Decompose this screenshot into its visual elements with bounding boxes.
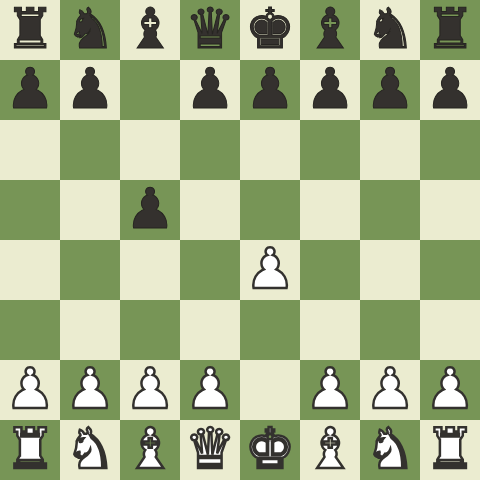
white-pawn[interactable]: ♟ — [5, 361, 55, 417]
square-g1[interactable]: ♞ — [360, 420, 420, 480]
white-pawn[interactable]: ♟ — [305, 361, 355, 417]
square-c1[interactable]: ♝ — [120, 420, 180, 480]
square-b1[interactable]: ♞ — [60, 420, 120, 480]
square-e5[interactable] — [240, 180, 300, 240]
white-pawn[interactable]: ♟ — [125, 361, 175, 417]
black-rook[interactable]: ♜ — [425, 1, 475, 57]
square-b5[interactable] — [60, 180, 120, 240]
square-g7[interactable]: ♟ — [360, 60, 420, 120]
white-knight[interactable]: ♞ — [365, 421, 415, 477]
white-rook[interactable]: ♜ — [5, 421, 55, 477]
square-d4[interactable] — [180, 240, 240, 300]
square-g6[interactable] — [360, 120, 420, 180]
square-f2[interactable]: ♟ — [300, 360, 360, 420]
square-e8[interactable]: ♚ — [240, 0, 300, 60]
square-d7[interactable]: ♟ — [180, 60, 240, 120]
square-c8[interactable]: ♝ — [120, 0, 180, 60]
square-a4[interactable] — [0, 240, 60, 300]
square-c3[interactable] — [120, 300, 180, 360]
square-d6[interactable] — [180, 120, 240, 180]
square-f1[interactable]: ♝ — [300, 420, 360, 480]
square-f8[interactable]: ♝ — [300, 0, 360, 60]
square-h1[interactable]: ♜ — [420, 420, 480, 480]
black-pawn[interactable]: ♟ — [5, 61, 55, 117]
black-pawn[interactable]: ♟ — [365, 61, 415, 117]
square-b2[interactable]: ♟ — [60, 360, 120, 420]
square-g3[interactable] — [360, 300, 420, 360]
square-h3[interactable] — [420, 300, 480, 360]
black-rook[interactable]: ♜ — [5, 1, 55, 57]
square-e2[interactable] — [240, 360, 300, 420]
white-pawn[interactable]: ♟ — [185, 361, 235, 417]
square-a5[interactable] — [0, 180, 60, 240]
square-c7[interactable] — [120, 60, 180, 120]
square-h6[interactable] — [420, 120, 480, 180]
square-g4[interactable] — [360, 240, 420, 300]
black-bishop[interactable]: ♝ — [305, 1, 355, 57]
black-pawn[interactable]: ♟ — [185, 61, 235, 117]
square-d3[interactable] — [180, 300, 240, 360]
black-pawn[interactable]: ♟ — [65, 61, 115, 117]
black-knight[interactable]: ♞ — [365, 1, 415, 57]
square-g2[interactable]: ♟ — [360, 360, 420, 420]
black-king[interactable]: ♚ — [245, 1, 295, 57]
square-a8[interactable]: ♜ — [0, 0, 60, 60]
square-d5[interactable] — [180, 180, 240, 240]
square-e1[interactable]: ♚ — [240, 420, 300, 480]
square-c2[interactable]: ♟ — [120, 360, 180, 420]
black-pawn[interactable]: ♟ — [305, 61, 355, 117]
white-bishop[interactable]: ♝ — [125, 421, 175, 477]
square-h7[interactable]: ♟ — [420, 60, 480, 120]
square-d8[interactable]: ♛ — [180, 0, 240, 60]
white-queen[interactable]: ♛ — [185, 421, 235, 477]
square-h8[interactable]: ♜ — [420, 0, 480, 60]
square-b4[interactable] — [60, 240, 120, 300]
square-f4[interactable] — [300, 240, 360, 300]
square-e4[interactable]: ♟ — [240, 240, 300, 300]
white-pawn[interactable]: ♟ — [245, 241, 295, 297]
black-queen[interactable]: ♛ — [185, 1, 235, 57]
white-rook[interactable]: ♜ — [425, 421, 475, 477]
square-d1[interactable]: ♛ — [180, 420, 240, 480]
square-b6[interactable] — [60, 120, 120, 180]
square-b3[interactable] — [60, 300, 120, 360]
white-bishop[interactable]: ♝ — [305, 421, 355, 477]
square-e3[interactable] — [240, 300, 300, 360]
black-pawn[interactable]: ♟ — [245, 61, 295, 117]
square-h4[interactable] — [420, 240, 480, 300]
square-c4[interactable] — [120, 240, 180, 300]
square-g5[interactable] — [360, 180, 420, 240]
square-d2[interactable]: ♟ — [180, 360, 240, 420]
square-g8[interactable]: ♞ — [360, 0, 420, 60]
black-pawn[interactable]: ♟ — [125, 181, 175, 237]
square-c5[interactable]: ♟ — [120, 180, 180, 240]
white-king[interactable]: ♚ — [245, 421, 295, 477]
square-h2[interactable]: ♟ — [420, 360, 480, 420]
square-f5[interactable] — [300, 180, 360, 240]
square-a7[interactable]: ♟ — [0, 60, 60, 120]
white-pawn[interactable]: ♟ — [365, 361, 415, 417]
chess-board: ♜♞♝♛♚♝♞♜♟♟♟♟♟♟♟♟♟♟♟♟♟♟♟♟♜♞♝♛♚♝♞♜ — [0, 0, 480, 480]
square-f7[interactable]: ♟ — [300, 60, 360, 120]
black-bishop[interactable]: ♝ — [125, 1, 175, 57]
white-pawn[interactable]: ♟ — [425, 361, 475, 417]
square-e6[interactable] — [240, 120, 300, 180]
square-a1[interactable]: ♜ — [0, 420, 60, 480]
square-c6[interactable] — [120, 120, 180, 180]
square-f6[interactable] — [300, 120, 360, 180]
black-knight[interactable]: ♞ — [65, 1, 115, 57]
white-pawn[interactable]: ♟ — [65, 361, 115, 417]
square-a6[interactable] — [0, 120, 60, 180]
square-h5[interactable] — [420, 180, 480, 240]
white-knight[interactable]: ♞ — [65, 421, 115, 477]
square-e7[interactable]: ♟ — [240, 60, 300, 120]
square-f3[interactable] — [300, 300, 360, 360]
square-a3[interactable] — [0, 300, 60, 360]
square-a2[interactable]: ♟ — [0, 360, 60, 420]
square-b7[interactable]: ♟ — [60, 60, 120, 120]
square-b8[interactable]: ♞ — [60, 0, 120, 60]
black-pawn[interactable]: ♟ — [425, 61, 475, 117]
